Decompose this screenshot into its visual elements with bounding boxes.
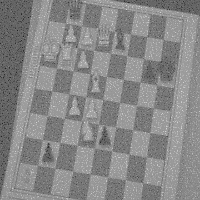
square-h3 <box>147 133 168 161</box>
square-h1 <box>140 183 161 200</box>
square-h2 <box>143 157 164 185</box>
square-h4 <box>151 108 171 135</box>
black-pawn-b2: ♟ <box>39 139 56 165</box>
photo-scene: ♛♟♟♛♝♚♜♟♟♚♝♟♟♞♟♟♕♔ <box>0 0 200 200</box>
white-bishop-d5: ♝ <box>85 68 105 97</box>
black-pawn-e3: ♟ <box>96 124 113 149</box>
board-logo-symbols: ♕♔ <box>22 168 32 186</box>
white-knight-d3: ♞ <box>77 117 96 146</box>
black-king-h6: ♚ <box>154 51 178 85</box>
square-h8 <box>164 18 183 43</box>
square-g1 <box>122 180 143 200</box>
square-h6: ♚ <box>157 62 177 88</box>
white-rook-b6: ♜ <box>57 41 76 68</box>
chess-board-grid: ♛♟♟♛♝♚♜♟♟♚♝♟♟♞♟♟♕♔ <box>14 0 184 200</box>
square-h5 <box>154 85 174 111</box>
black-bishop-e7: ♝ <box>110 26 130 54</box>
corner-symbol: ♔ <box>22 176 31 185</box>
